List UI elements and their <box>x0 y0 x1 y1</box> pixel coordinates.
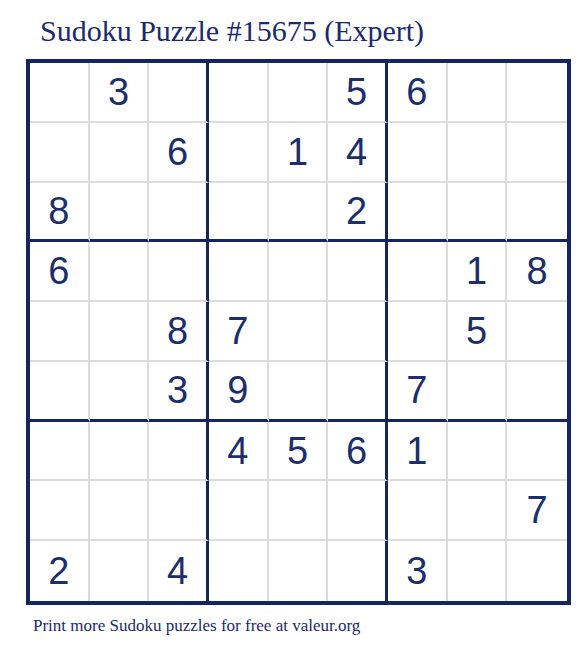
cell-r8c7[interactable] <box>388 481 448 541</box>
cell-r8c5[interactable] <box>269 481 329 541</box>
cell-r5c5[interactable] <box>269 302 329 362</box>
cell-r3c8[interactable] <box>448 183 508 243</box>
cell-r4c3[interactable] <box>149 242 209 302</box>
cell-r8c1[interactable] <box>30 481 90 541</box>
cell-r3c3[interactable] <box>149 183 209 243</box>
cell-r9c3[interactable]: 4 <box>149 541 209 601</box>
cell-r5c6[interactable] <box>328 302 388 362</box>
cell-r4c2[interactable] <box>90 242 150 302</box>
sudoku-page: Sudoku Puzzle #15675 (Expert) 3566148261… <box>0 0 580 651</box>
cell-r8c3[interactable] <box>149 481 209 541</box>
cell-r7c6[interactable]: 6 <box>328 422 388 482</box>
cell-r3c6[interactable]: 2 <box>328 183 388 243</box>
cell-r6c2[interactable] <box>90 362 150 422</box>
cell-r9c2[interactable] <box>90 541 150 601</box>
cell-r5c3[interactable]: 8 <box>149 302 209 362</box>
cell-r3c7[interactable] <box>388 183 448 243</box>
cell-r9c6[interactable] <box>328 541 388 601</box>
cell-r7c8[interactable] <box>448 422 508 482</box>
cell-r1c5[interactable] <box>269 63 329 123</box>
cell-r1c2[interactable]: 3 <box>90 63 150 123</box>
cell-r1c7[interactable]: 6 <box>388 63 448 123</box>
cell-r1c3[interactable] <box>149 63 209 123</box>
cell-r7c4[interactable]: 4 <box>209 422 269 482</box>
cell-r1c8[interactable] <box>448 63 508 123</box>
cell-r7c2[interactable] <box>90 422 150 482</box>
cell-r1c1[interactable] <box>30 63 90 123</box>
cell-r6c8[interactable] <box>448 362 508 422</box>
cell-r9c8[interactable] <box>448 541 508 601</box>
cell-r6c7[interactable]: 7 <box>388 362 448 422</box>
cell-r6c5[interactable] <box>269 362 329 422</box>
cell-r6c9[interactable] <box>507 362 567 422</box>
cell-r1c4[interactable] <box>209 63 269 123</box>
cell-r8c2[interactable] <box>90 481 150 541</box>
cell-r7c9[interactable] <box>507 422 567 482</box>
cell-r7c5[interactable]: 5 <box>269 422 329 482</box>
cell-r8c8[interactable] <box>448 481 508 541</box>
cell-r3c5[interactable] <box>269 183 329 243</box>
cell-r2c5[interactable]: 1 <box>269 123 329 183</box>
cell-r5c1[interactable] <box>30 302 90 362</box>
cell-r3c2[interactable] <box>90 183 150 243</box>
cell-r2c3[interactable]: 6 <box>149 123 209 183</box>
cell-r9c7[interactable]: 3 <box>388 541 448 601</box>
cell-r2c2[interactable] <box>90 123 150 183</box>
cell-r1c9[interactable] <box>507 63 567 123</box>
cell-r5c8[interactable]: 5 <box>448 302 508 362</box>
cell-r5c2[interactable] <box>90 302 150 362</box>
cell-r8c4[interactable] <box>209 481 269 541</box>
page-title: Sudoku Puzzle #15675 (Expert) <box>40 14 424 48</box>
cell-r4c5[interactable] <box>269 242 329 302</box>
cell-r2c7[interactable] <box>388 123 448 183</box>
cell-r4c6[interactable] <box>328 242 388 302</box>
cell-r4c7[interactable] <box>388 242 448 302</box>
cell-r9c9[interactable] <box>507 541 567 601</box>
cell-r6c1[interactable] <box>30 362 90 422</box>
sudoku-board: 3566148261887539745617243 <box>26 59 571 605</box>
cell-r5c9[interactable] <box>507 302 567 362</box>
cell-r7c7[interactable]: 1 <box>388 422 448 482</box>
cell-r6c6[interactable] <box>328 362 388 422</box>
cell-r9c5[interactable] <box>269 541 329 601</box>
cell-r4c8[interactable]: 1 <box>448 242 508 302</box>
cell-r2c4[interactable] <box>209 123 269 183</box>
cell-r9c4[interactable] <box>209 541 269 601</box>
cell-r4c4[interactable] <box>209 242 269 302</box>
cell-r6c3[interactable]: 3 <box>149 362 209 422</box>
cell-r2c1[interactable] <box>30 123 90 183</box>
cell-r5c4[interactable]: 7 <box>209 302 269 362</box>
cell-r3c9[interactable] <box>507 183 567 243</box>
cell-r2c6[interactable]: 4 <box>328 123 388 183</box>
cell-r9c1[interactable]: 2 <box>30 541 90 601</box>
footer-text: Print more Sudoku puzzles for free at va… <box>33 616 360 636</box>
cell-r1c6[interactable]: 5 <box>328 63 388 123</box>
cell-r4c9[interactable]: 8 <box>507 242 567 302</box>
cell-r7c3[interactable] <box>149 422 209 482</box>
cell-r3c4[interactable] <box>209 183 269 243</box>
cell-r8c6[interactable] <box>328 481 388 541</box>
cell-r3c1[interactable]: 8 <box>30 183 90 243</box>
cell-r6c4[interactable]: 9 <box>209 362 269 422</box>
cell-r4c1[interactable]: 6 <box>30 242 90 302</box>
cell-r2c9[interactable] <box>507 123 567 183</box>
cell-r2c8[interactable] <box>448 123 508 183</box>
cell-r5c7[interactable] <box>388 302 448 362</box>
cell-r7c1[interactable] <box>30 422 90 482</box>
cell-r8c9[interactable]: 7 <box>507 481 567 541</box>
